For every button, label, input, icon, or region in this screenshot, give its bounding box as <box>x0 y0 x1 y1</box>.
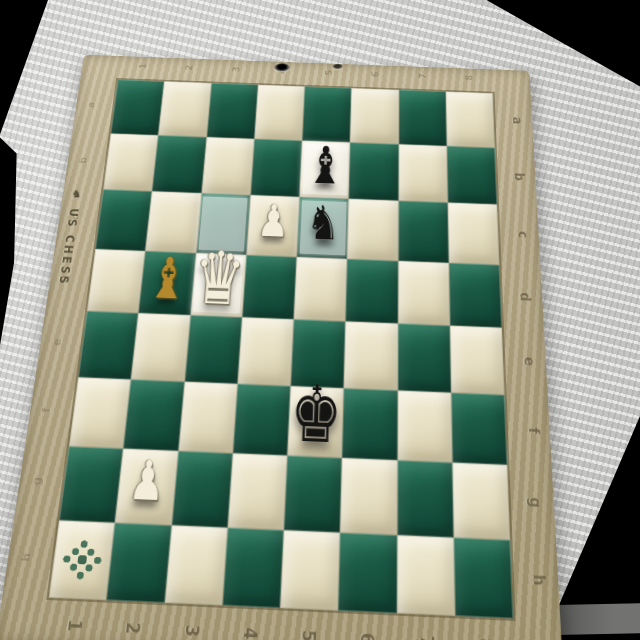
square-g8[interactable] <box>452 463 510 540</box>
square-f7[interactable] <box>397 390 452 463</box>
square-c5[interactable]: ♞ <box>297 197 349 259</box>
lab-right-g: g <box>527 497 545 508</box>
square-e6[interactable] <box>344 321 398 390</box>
square-d8[interactable] <box>449 262 502 327</box>
lab-bottom-5: 5 <box>298 630 319 640</box>
lab-right-h: h <box>530 574 548 586</box>
lab-right-d: d <box>517 292 533 302</box>
lab-top-7: 7 <box>416 73 428 79</box>
lab-top-8: 8 <box>463 75 475 81</box>
lab-right-e: e <box>520 357 537 367</box>
lab-right-b: b <box>512 172 527 181</box>
square-c8[interactable] <box>448 203 500 265</box>
square-b3[interactable] <box>201 137 254 195</box>
white-pawn[interactable]: ♟ <box>127 454 168 510</box>
square-a7[interactable] <box>398 90 446 146</box>
square-b7[interactable] <box>398 144 447 203</box>
square-g6[interactable] <box>340 458 397 535</box>
lab-bottom-7: 7 <box>416 635 436 640</box>
square-e8[interactable] <box>450 326 505 395</box>
lab-left-d: d <box>60 275 74 282</box>
square-g1[interactable] <box>59 446 123 522</box>
white-queen[interactable]: ♛ <box>190 241 246 316</box>
square-b6[interactable] <box>349 142 399 201</box>
brand-text: ♞ US CHESS <box>56 187 85 286</box>
square-h5[interactable] <box>280 530 340 611</box>
board-border: ♞ US CHESS 12345678 12345678 abcdefgh ab… <box>0 55 563 640</box>
square-c6[interactable] <box>347 199 398 261</box>
black-king[interactable]: ♚ <box>288 375 343 456</box>
white-bishop-gold[interactable]: ♝ <box>145 249 190 307</box>
square-b2[interactable] <box>152 135 206 193</box>
square-h1[interactable] <box>49 520 115 601</box>
square-b5[interactable]: ♝ <box>299 140 350 199</box>
square-d1[interactable] <box>87 249 146 313</box>
square-a1[interactable] <box>111 80 165 135</box>
square-a3[interactable] <box>206 83 258 139</box>
square-c1[interactable] <box>95 189 152 250</box>
square-f6[interactable] <box>342 388 397 460</box>
square-g7[interactable] <box>397 460 454 537</box>
square-f1[interactable] <box>69 377 131 449</box>
lab-left-b: b <box>77 157 90 164</box>
square-f5[interactable]: ♚ <box>287 386 344 458</box>
lab-left-e: e <box>50 339 64 346</box>
chess-board: ♞ US CHESS 12345678 12345678 abcdefgh ab… <box>0 55 563 640</box>
photo-scene: ♞ US CHESS 12345678 12345678 abcdefgh ab… <box>0 0 640 640</box>
square-b8[interactable] <box>447 146 498 205</box>
brand-logo-icon: ♞ <box>69 187 85 200</box>
square-b4[interactable] <box>250 138 302 196</box>
lab-right-a: a <box>509 117 524 125</box>
square-f2[interactable] <box>123 379 184 451</box>
grommet-hole-2 <box>332 64 343 69</box>
square-e3[interactable] <box>184 315 242 383</box>
square-f3[interactable] <box>178 381 237 453</box>
lab-bottom-2: 2 <box>122 622 143 635</box>
lab-left-g: g <box>30 477 45 486</box>
black-knight[interactable]: ♞ <box>305 200 340 248</box>
lab-right-c: c <box>515 231 531 239</box>
square-h2[interactable] <box>106 522 171 603</box>
square-e1[interactable] <box>78 311 138 379</box>
lab-left-h: h <box>19 552 34 561</box>
square-h3[interactable] <box>164 525 227 606</box>
lab-top-1: 1 <box>137 63 149 69</box>
square-d3[interactable]: ♛ <box>190 253 246 318</box>
square-e7[interactable] <box>397 324 451 393</box>
square-d4[interactable] <box>242 255 297 320</box>
lab-bottom-6: 6 <box>357 632 377 640</box>
square-a2[interactable] <box>158 81 211 136</box>
square-d2[interactable]: ♝ <box>139 251 196 316</box>
square-f4[interactable] <box>233 383 291 455</box>
lab-right-f: f <box>526 427 543 434</box>
lab-bottom-3: 3 <box>180 624 201 637</box>
square-g5[interactable] <box>284 456 342 533</box>
square-d5[interactable] <box>294 257 348 322</box>
square-h7[interactable] <box>396 535 454 616</box>
black-bishop[interactable]: ♝ <box>305 139 344 192</box>
lab-bottom-4: 4 <box>239 627 260 640</box>
square-f8[interactable] <box>451 392 507 465</box>
lab-bottom-1: 1 <box>64 619 86 632</box>
white-pawn[interactable]: ♟ <box>256 199 290 244</box>
lab-left-f: f <box>39 407 53 412</box>
lab-left-c: c <box>68 215 81 221</box>
lab-left-a: a <box>85 102 98 108</box>
square-d7[interactable] <box>398 260 450 325</box>
square-h4[interactable] <box>222 527 284 608</box>
square-h8[interactable] <box>453 537 513 619</box>
square-e4[interactable] <box>237 317 293 385</box>
square-c7[interactable] <box>398 201 449 263</box>
square-b1[interactable] <box>103 133 158 191</box>
square-a4[interactable] <box>254 85 305 141</box>
square-a8[interactable] <box>446 91 495 147</box>
square-g2[interactable]: ♟ <box>115 449 178 525</box>
square-e2[interactable] <box>131 313 190 381</box>
square-c2[interactable] <box>146 191 202 252</box>
lab-top-6: 6 <box>369 71 381 77</box>
lab-top-2: 2 <box>183 65 195 71</box>
lab-top-5: 5 <box>323 70 335 76</box>
square-c4[interactable]: ♟ <box>246 195 299 256</box>
board-corner-emblem <box>59 536 105 583</box>
lab-top-3: 3 <box>230 66 242 72</box>
board-grid: ♝♟♞♝♛♚♟ <box>49 80 514 619</box>
square-h6[interactable] <box>338 532 397 613</box>
square-d6[interactable] <box>346 259 398 324</box>
square-g3[interactable] <box>171 451 232 527</box>
square-g4[interactable] <box>227 453 287 529</box>
square-a6[interactable] <box>350 88 398 144</box>
